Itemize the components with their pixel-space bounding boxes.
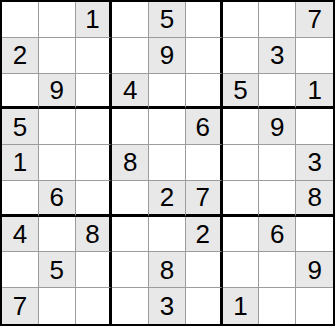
cell-r4c2[interactable] [39, 109, 76, 145]
cell-r5c2[interactable] [39, 145, 76, 181]
cell-r8c7[interactable] [223, 252, 260, 288]
sudoku-puzzle: 157293945156918362784826589731 [0, 0, 335, 326]
cell-r2c4[interactable] [112, 38, 149, 74]
cell-r1c1[interactable] [2, 2, 39, 38]
cell-r1c2[interactable] [39, 2, 76, 38]
cell-r4c8[interactable]: 9 [259, 109, 296, 145]
cell-r4c4[interactable] [112, 109, 149, 145]
cell-r2c6[interactable] [186, 38, 223, 74]
cell-r1c6[interactable] [186, 2, 223, 38]
cell-r8c5[interactable]: 8 [149, 252, 186, 288]
cell-r8c2[interactable]: 5 [39, 252, 76, 288]
cell-r5c3[interactable] [76, 145, 113, 181]
cell-r2c9[interactable] [296, 38, 333, 74]
cell-r6c8[interactable] [259, 181, 296, 217]
cell-r1c7[interactable] [223, 2, 260, 38]
cell-r7c2[interactable] [39, 217, 76, 253]
cell-r8c6[interactable] [186, 252, 223, 288]
cell-r7c9[interactable] [296, 217, 333, 253]
cell-r6c4[interactable] [112, 181, 149, 217]
cell-r4c5[interactable] [149, 109, 186, 145]
cell-r1c9[interactable]: 7 [296, 2, 333, 38]
cell-r8c8[interactable] [259, 252, 296, 288]
cell-r4c6[interactable]: 6 [186, 109, 223, 145]
cell-r2c1[interactable]: 2 [2, 38, 39, 74]
cell-r4c7[interactable] [223, 109, 260, 145]
cell-r3c2[interactable]: 9 [39, 74, 76, 110]
cell-r3c7[interactable]: 5 [223, 74, 260, 110]
cell-r3c1[interactable] [2, 74, 39, 110]
cell-r2c5[interactable]: 9 [149, 38, 186, 74]
cell-r7c8[interactable]: 6 [259, 217, 296, 253]
cell-r5c9[interactable]: 3 [296, 145, 333, 181]
cell-r9c4[interactable] [112, 288, 149, 324]
cell-r5c4[interactable]: 8 [112, 145, 149, 181]
cell-r6c5[interactable]: 2 [149, 181, 186, 217]
cell-r8c9[interactable]: 9 [296, 252, 333, 288]
cell-r2c3[interactable] [76, 38, 113, 74]
cell-r3c3[interactable] [76, 74, 113, 110]
cell-r7c3[interactable]: 8 [76, 217, 113, 253]
cell-r6c6[interactable]: 7 [186, 181, 223, 217]
cell-r2c2[interactable] [39, 38, 76, 74]
cell-r6c7[interactable] [223, 181, 260, 217]
cell-r1c3[interactable]: 1 [76, 2, 113, 38]
cell-r3c4[interactable]: 4 [112, 74, 149, 110]
cell-r5c6[interactable] [186, 145, 223, 181]
cell-r5c7[interactable] [223, 145, 260, 181]
cell-r6c2[interactable]: 6 [39, 181, 76, 217]
cell-r1c5[interactable]: 5 [149, 2, 186, 38]
cell-r8c4[interactable] [112, 252, 149, 288]
sudoku-board: 157293945156918362784826589731 [0, 0, 335, 326]
cell-r3c9[interactable]: 1 [296, 74, 333, 110]
cell-r5c1[interactable]: 1 [2, 145, 39, 181]
cell-r7c1[interactable]: 4 [2, 217, 39, 253]
cell-r9c8[interactable] [259, 288, 296, 324]
cell-r6c9[interactable]: 8 [296, 181, 333, 217]
cell-r3c5[interactable] [149, 74, 186, 110]
cell-r6c1[interactable] [2, 181, 39, 217]
cell-r7c5[interactable] [149, 217, 186, 253]
cell-r6c3[interactable] [76, 181, 113, 217]
cell-r9c5[interactable]: 3 [149, 288, 186, 324]
cell-r9c1[interactable]: 7 [2, 288, 39, 324]
cell-r2c8[interactable]: 3 [259, 38, 296, 74]
cell-r1c4[interactable] [112, 2, 149, 38]
cell-r5c5[interactable] [149, 145, 186, 181]
cell-r9c2[interactable] [39, 288, 76, 324]
cell-r9c3[interactable] [76, 288, 113, 324]
cell-r4c1[interactable]: 5 [2, 109, 39, 145]
cell-r1c8[interactable] [259, 2, 296, 38]
cell-r7c6[interactable]: 2 [186, 217, 223, 253]
cell-r4c9[interactable] [296, 109, 333, 145]
cell-r7c4[interactable] [112, 217, 149, 253]
cell-r7c7[interactable] [223, 217, 260, 253]
cell-r5c8[interactable] [259, 145, 296, 181]
cell-r9c7[interactable]: 1 [223, 288, 260, 324]
cell-r3c6[interactable] [186, 74, 223, 110]
cell-r8c1[interactable] [2, 252, 39, 288]
cell-r2c7[interactable] [223, 38, 260, 74]
cell-r4c3[interactable] [76, 109, 113, 145]
cell-r9c9[interactable] [296, 288, 333, 324]
cell-r3c8[interactable] [259, 74, 296, 110]
cell-r8c3[interactable] [76, 252, 113, 288]
cell-r9c6[interactable] [186, 288, 223, 324]
